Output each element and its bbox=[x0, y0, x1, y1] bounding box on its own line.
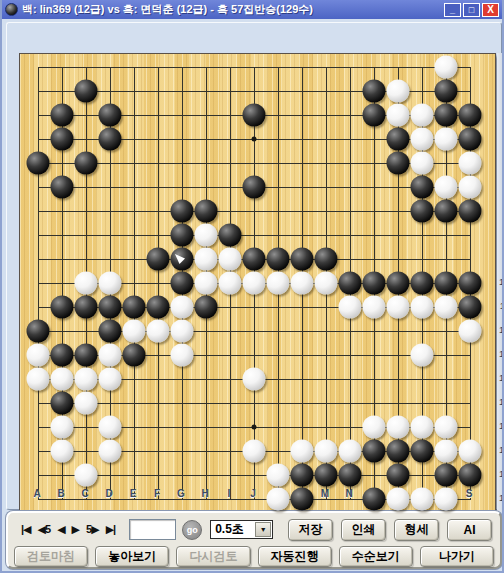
stone-K18 bbox=[267, 464, 290, 487]
save-button[interactable]: 저장 bbox=[288, 519, 333, 541]
stone-H9 bbox=[195, 248, 218, 271]
row-label-12: 12 bbox=[499, 325, 504, 335]
stone-P4 bbox=[387, 128, 410, 151]
nav-back-button[interactable]: ◀ bbox=[57, 523, 64, 536]
go-stone-icon bbox=[5, 3, 18, 16]
stone-J10 bbox=[243, 272, 266, 295]
stone-E13 bbox=[123, 344, 146, 367]
stone-P2 bbox=[387, 80, 410, 103]
stone-L10 bbox=[291, 272, 314, 295]
try-move-button[interactable]: 놓아보기 bbox=[95, 546, 169, 567]
stone-C2 bbox=[75, 80, 98, 103]
col-label-B: B bbox=[57, 488, 64, 499]
stone-D16 bbox=[99, 416, 122, 439]
stone-I8 bbox=[219, 224, 242, 247]
stone-S6 bbox=[459, 176, 482, 199]
stone-J14 bbox=[243, 368, 266, 391]
stone-Q13 bbox=[411, 344, 434, 367]
print-button[interactable]: 인쇄 bbox=[341, 519, 386, 541]
chevron-down-icon[interactable]: ▼ bbox=[255, 522, 271, 537]
action-buttons: 저장인쇄형세AI bbox=[288, 519, 492, 541]
stone-Q16 bbox=[411, 416, 434, 439]
stone-O10 bbox=[363, 272, 386, 295]
stone-P10 bbox=[387, 272, 410, 295]
stone-P16 bbox=[387, 416, 410, 439]
stone-A14 bbox=[27, 368, 50, 391]
go-button[interactable]: go bbox=[182, 520, 202, 540]
stone-J17 bbox=[243, 440, 266, 463]
stone-C13 bbox=[75, 344, 98, 367]
stone-O2 bbox=[363, 80, 386, 103]
stone-G12 bbox=[171, 320, 194, 343]
stone-H8 bbox=[195, 224, 218, 247]
stone-Q4 bbox=[411, 128, 434, 151]
nav-forward5-button[interactable]: 5▶ bbox=[86, 523, 99, 536]
stone-R2 bbox=[435, 80, 458, 103]
window-buttons: _ □ X bbox=[444, 3, 499, 17]
stone-J9 bbox=[243, 248, 266, 271]
stone-A5 bbox=[27, 152, 50, 175]
col-label-M: M bbox=[321, 488, 329, 499]
stone-E11 bbox=[123, 296, 146, 319]
stone-H11 bbox=[195, 296, 218, 319]
stone-A13 bbox=[27, 344, 50, 367]
star-point bbox=[252, 425, 257, 430]
delay-value: 0.5초 bbox=[211, 521, 255, 538]
stone-B4 bbox=[51, 128, 74, 151]
title-bar: 백: lin369 (12급) vs 흑: 면덕춘 (12급) - 흑 57집반… bbox=[2, 0, 502, 19]
row-label-13: 13 bbox=[499, 349, 504, 359]
col-label-C: C bbox=[81, 488, 88, 499]
stone-Q17 bbox=[411, 440, 434, 463]
stone-R7 bbox=[435, 200, 458, 223]
minimize-icon[interactable]: _ bbox=[444, 3, 461, 17]
ai-button[interactable]: AI bbox=[447, 519, 492, 541]
stone-R18 bbox=[435, 464, 458, 487]
stone-S3 bbox=[459, 104, 482, 127]
auto-play-button[interactable]: 자동진행 bbox=[258, 546, 332, 567]
stone-K9 bbox=[267, 248, 290, 271]
stone-Q5 bbox=[411, 152, 434, 175]
stone-O19 bbox=[363, 488, 386, 511]
col-label-I: I bbox=[228, 488, 231, 499]
stone-B17 bbox=[51, 440, 74, 463]
col-label-F: F bbox=[154, 488, 160, 499]
stone-R19 bbox=[435, 488, 458, 511]
goban[interactable] bbox=[19, 53, 496, 512]
move-list-button[interactable]: 수순보기 bbox=[339, 546, 413, 567]
stone-S5 bbox=[459, 152, 482, 175]
row-label-15: 15 bbox=[499, 397, 504, 407]
stone-O11 bbox=[363, 296, 386, 319]
stone-K10 bbox=[267, 272, 290, 295]
maximize-icon[interactable]: □ bbox=[463, 3, 480, 17]
nav-first-button[interactable]: |◀ bbox=[21, 523, 31, 536]
stone-P3 bbox=[387, 104, 410, 127]
stone-M18 bbox=[315, 464, 338, 487]
stone-G7 bbox=[171, 200, 194, 223]
playback-row: |◀◀5◀▶5▶▶| go 0.5초 ▼ 저장인쇄형세AI bbox=[13, 516, 495, 543]
stone-F9 bbox=[147, 248, 170, 271]
stone-B6 bbox=[51, 176, 74, 199]
delay-dropdown[interactable]: 0.5초 ▼ bbox=[210, 520, 273, 539]
row-label-16: 16 bbox=[499, 421, 504, 431]
stone-M10 bbox=[315, 272, 338, 295]
stone-D13 bbox=[99, 344, 122, 367]
stone-O16 bbox=[363, 416, 386, 439]
stone-Q19 bbox=[411, 488, 434, 511]
stone-N11 bbox=[339, 296, 362, 319]
stone-S10 bbox=[459, 272, 482, 295]
close-icon[interactable]: X bbox=[482, 3, 499, 17]
col-label-D: D bbox=[105, 488, 112, 499]
stone-S4 bbox=[459, 128, 482, 151]
stone-E12 bbox=[123, 320, 146, 343]
stone-R10 bbox=[435, 272, 458, 295]
stone-D10 bbox=[99, 272, 122, 295]
stone-P19 bbox=[387, 488, 410, 511]
stone-R11 bbox=[435, 296, 458, 319]
window-title: 백: lin369 (12급) vs 흑: 면덕춘 (12급) - 흑 57집반… bbox=[22, 2, 444, 17]
stone-Q6 bbox=[411, 176, 434, 199]
stone-B14 bbox=[51, 368, 74, 391]
stone-H10 bbox=[195, 272, 218, 295]
review-finish-button: 검토마침 bbox=[14, 546, 88, 567]
stone-S7 bbox=[459, 200, 482, 223]
stone-S11 bbox=[459, 296, 482, 319]
row-labels: 12345678910111213141516171819 bbox=[497, 53, 504, 512]
stone-D17 bbox=[99, 440, 122, 463]
stone-N10 bbox=[339, 272, 362, 295]
stone-C5 bbox=[75, 152, 98, 175]
stone-L9 bbox=[291, 248, 314, 271]
stone-R16 bbox=[435, 416, 458, 439]
stone-G13 bbox=[171, 344, 194, 367]
nav-last-button[interactable]: ▶| bbox=[106, 523, 116, 536]
stone-A12 bbox=[27, 320, 50, 343]
stone-R6 bbox=[435, 176, 458, 199]
stone-L19 bbox=[291, 488, 314, 511]
stone-J3 bbox=[243, 104, 266, 127]
stone-D11 bbox=[99, 296, 122, 319]
exit-button[interactable]: 나가기 bbox=[420, 546, 494, 567]
stone-B13 bbox=[51, 344, 74, 367]
stone-S18 bbox=[459, 464, 482, 487]
stone-G9 bbox=[171, 248, 194, 271]
stone-D14 bbox=[99, 368, 122, 391]
control-panel: |◀◀5◀▶5▶▶| go 0.5초 ▼ 저장인쇄형세AI 검토마침놓아보기다시… bbox=[6, 511, 502, 569]
row-label-18: 18 bbox=[499, 469, 504, 479]
stone-Q3 bbox=[411, 104, 434, 127]
stone-R1 bbox=[435, 56, 458, 79]
stone-P17 bbox=[387, 440, 410, 463]
stone-O17 bbox=[363, 440, 386, 463]
stone-B3 bbox=[51, 104, 74, 127]
stone-M17 bbox=[315, 440, 338, 463]
stone-J6 bbox=[243, 176, 266, 199]
stone-O3 bbox=[363, 104, 386, 127]
stone-P18 bbox=[387, 464, 410, 487]
app-window: 백: lin369 (12급) vs 흑: 면덕춘 (12급) - 흑 57집반… bbox=[0, 0, 504, 573]
stone-L18 bbox=[291, 464, 314, 487]
stone-B16 bbox=[51, 416, 74, 439]
last-move-marker bbox=[174, 253, 186, 265]
stone-C15 bbox=[75, 392, 98, 415]
re-review-button: 다시검토 bbox=[176, 546, 250, 567]
stone-F11 bbox=[147, 296, 170, 319]
nav-forward-button[interactable]: ▶ bbox=[72, 523, 79, 536]
stone-Q11 bbox=[411, 296, 434, 319]
stone-G8 bbox=[171, 224, 194, 247]
stone-R4 bbox=[435, 128, 458, 151]
stone-Q7 bbox=[411, 200, 434, 223]
col-label-E: E bbox=[130, 488, 137, 499]
stone-C14 bbox=[75, 368, 98, 391]
stone-N17 bbox=[339, 440, 362, 463]
stone-D3 bbox=[99, 104, 122, 127]
col-label-J: J bbox=[250, 488, 256, 499]
row-label-17: 17 bbox=[499, 445, 504, 455]
stone-P11 bbox=[387, 296, 410, 319]
stone-B11 bbox=[51, 296, 74, 319]
stone-I9 bbox=[219, 248, 242, 271]
stone-I10 bbox=[219, 272, 242, 295]
stone-D12 bbox=[99, 320, 122, 343]
stone-D4 bbox=[99, 128, 122, 151]
board-panel: ABCDEFGHIJKLMNOPQRS 12345678910111213141… bbox=[6, 22, 502, 510]
stone-C11 bbox=[75, 296, 98, 319]
stone-M9 bbox=[315, 248, 338, 271]
stone-N18 bbox=[339, 464, 362, 487]
star-point bbox=[252, 137, 257, 142]
col-label-H: H bbox=[201, 488, 208, 499]
stone-L17 bbox=[291, 440, 314, 463]
row-label-11: 11 bbox=[500, 301, 504, 311]
stone-H7 bbox=[195, 200, 218, 223]
stone-K19 bbox=[267, 488, 290, 511]
stone-S12 bbox=[459, 320, 482, 343]
territory-button[interactable]: 형세 bbox=[394, 519, 439, 541]
stone-B15 bbox=[51, 392, 74, 415]
stone-G11 bbox=[171, 296, 194, 319]
row-label-19: 19 bbox=[499, 493, 504, 503]
stone-F12 bbox=[147, 320, 170, 343]
nav-buttons: |◀◀5◀▶5▶▶| bbox=[21, 523, 115, 536]
row-label-14: 14 bbox=[499, 373, 504, 383]
row-label-10: 10 bbox=[499, 277, 504, 287]
col-label-S: S bbox=[466, 488, 473, 499]
stone-G10 bbox=[171, 272, 194, 295]
stone-C18 bbox=[75, 464, 98, 487]
stone-P5 bbox=[387, 152, 410, 175]
stone-R17 bbox=[435, 440, 458, 463]
nav-back5-button[interactable]: ◀5 bbox=[38, 523, 51, 536]
stone-R3 bbox=[435, 104, 458, 127]
stone-Q10 bbox=[411, 272, 434, 295]
col-label-A: A bbox=[33, 488, 40, 499]
move-number-input[interactable] bbox=[129, 519, 176, 540]
review-buttons: 검토마침놓아보기다시검토자동진행수순보기나가기 bbox=[13, 546, 495, 567]
stone-S17 bbox=[459, 440, 482, 463]
col-label-G: G bbox=[177, 488, 185, 499]
col-label-N: N bbox=[345, 488, 352, 499]
stone-C10 bbox=[75, 272, 98, 295]
